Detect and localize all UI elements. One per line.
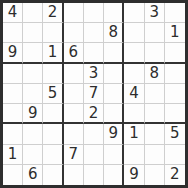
cell-r6c6-empty[interactable] (104, 104, 124, 124)
cell-r6c5-given: 2 (84, 104, 104, 124)
cell-r1c1-given: 4 (3, 3, 23, 23)
cell-r1c9-empty[interactable] (165, 3, 185, 23)
cell-r3c8-empty[interactable] (145, 43, 165, 63)
cell-r7c2-empty[interactable] (23, 124, 43, 144)
cell-r7c9-given: 5 (165, 124, 185, 144)
cell-r1c7-empty[interactable] (124, 3, 144, 23)
cell-r1c3-given: 2 (43, 3, 63, 23)
cell-r6c8-empty[interactable] (145, 104, 165, 124)
cell-r9c1-empty[interactable] (3, 165, 23, 185)
cell-r5c9-empty[interactable] (165, 84, 185, 104)
cell-r7c7-given: 1 (124, 124, 144, 144)
cell-r2c9-given: 1 (165, 23, 185, 43)
cell-r4c1-empty[interactable] (3, 64, 23, 84)
cell-r3c7-empty[interactable] (124, 43, 144, 63)
cell-r5c1-empty[interactable] (3, 84, 23, 104)
cell-r9c6-empty[interactable] (104, 165, 124, 185)
cell-r4c5-given: 3 (84, 64, 104, 84)
cell-r7c5-empty[interactable] (84, 124, 104, 144)
cell-r2c2-empty[interactable] (23, 23, 43, 43)
cell-r3c9-empty[interactable] (165, 43, 185, 63)
cell-r7c3-empty[interactable] (43, 124, 63, 144)
cell-r6c3-empty[interactable] (43, 104, 63, 124)
cell-r2c6-given: 8 (104, 23, 124, 43)
cell-r3c4-given: 6 (64, 43, 84, 63)
cell-r3c5-empty[interactable] (84, 43, 104, 63)
cell-r1c5-empty[interactable] (84, 3, 104, 23)
cell-r2c4-empty[interactable] (64, 23, 84, 43)
cell-r9c2-given: 6 (23, 165, 43, 185)
cell-r1c2-empty[interactable] (23, 3, 43, 23)
cell-r4c7-empty[interactable] (124, 64, 144, 84)
cell-r4c8-given: 8 (145, 64, 165, 84)
cell-r7c8-empty[interactable] (145, 124, 165, 144)
cell-r3c1-given: 9 (3, 43, 23, 63)
cell-r9c5-empty[interactable] (84, 165, 104, 185)
cell-r7c6-given: 9 (104, 124, 124, 144)
cell-r3c6-empty[interactable] (104, 43, 124, 63)
cell-r9c8-empty[interactable] (145, 165, 165, 185)
cell-r5c4-empty[interactable] (64, 84, 84, 104)
cell-r1c8-given: 3 (145, 3, 165, 23)
cell-r3c2-empty[interactable] (23, 43, 43, 63)
cell-r8c5-empty[interactable] (84, 145, 104, 165)
cell-r5c8-empty[interactable] (145, 84, 165, 104)
cell-r4c2-empty[interactable] (23, 64, 43, 84)
cell-r8c3-empty[interactable] (43, 145, 63, 165)
cell-r4c9-empty[interactable] (165, 64, 185, 84)
cell-r7c4-empty[interactable] (64, 124, 84, 144)
cell-r8c7-empty[interactable] (124, 145, 144, 165)
cell-r2c7-empty[interactable] (124, 23, 144, 43)
page: 42381916385749291517692 (0, 0, 188, 188)
cell-r5c3-given: 5 (43, 84, 63, 104)
cell-r5c2-empty[interactable] (23, 84, 43, 104)
cell-r6c4-empty[interactable] (64, 104, 84, 124)
cell-r9c3-empty[interactable] (43, 165, 63, 185)
cell-r8c1-given: 1 (3, 145, 23, 165)
cell-r8c8-empty[interactable] (145, 145, 165, 165)
sudoku-board: 42381916385749291517692 (0, 0, 188, 188)
cell-r2c5-empty[interactable] (84, 23, 104, 43)
cell-r5c5-given: 7 (84, 84, 104, 104)
cell-r8c9-empty[interactable] (165, 145, 185, 165)
cell-r4c4-empty[interactable] (64, 64, 84, 84)
cell-r4c3-empty[interactable] (43, 64, 63, 84)
cell-r9c7-given: 9 (124, 165, 144, 185)
cell-r3c3-given: 1 (43, 43, 63, 63)
cell-r6c9-empty[interactable] (165, 104, 185, 124)
cell-r1c4-empty[interactable] (64, 3, 84, 23)
cell-r7c1-empty[interactable] (3, 124, 23, 144)
cell-r9c9-given: 2 (165, 165, 185, 185)
cell-r4c6-empty[interactable] (104, 64, 124, 84)
cell-r8c6-empty[interactable] (104, 145, 124, 165)
cell-r1c6-empty[interactable] (104, 3, 124, 23)
cell-r8c4-given: 7 (64, 145, 84, 165)
cell-r9c4-empty[interactable] (64, 165, 84, 185)
cell-r6c1-empty[interactable] (3, 104, 23, 124)
cell-r6c2-given: 9 (23, 104, 43, 124)
cell-r2c1-empty[interactable] (3, 23, 23, 43)
cell-r5c7-given: 4 (124, 84, 144, 104)
cell-r8c2-empty[interactable] (23, 145, 43, 165)
cell-r2c3-empty[interactable] (43, 23, 63, 43)
cell-r6c7-empty[interactable] (124, 104, 144, 124)
cell-r5c6-empty[interactable] (104, 84, 124, 104)
cell-r2c8-empty[interactable] (145, 23, 165, 43)
